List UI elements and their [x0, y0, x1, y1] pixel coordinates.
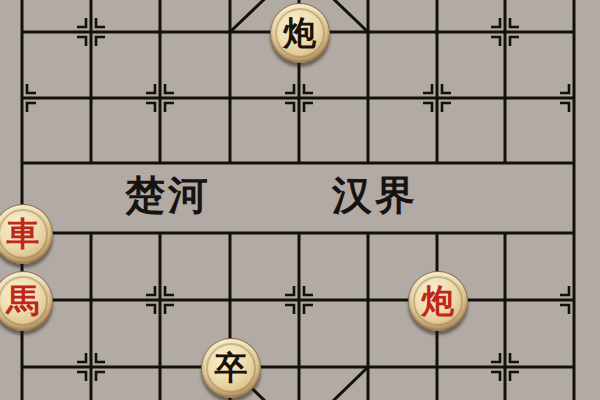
piece-glyph: 車 — [7, 218, 40, 251]
piece-black-cannon[interactable]: 炮 — [270, 3, 330, 63]
river-label-han-jie: 汉界 — [332, 168, 418, 223]
river-label-chu-he: 楚河 — [125, 168, 211, 223]
piece-red-cannon[interactable]: 炮 — [408, 271, 468, 331]
piece-glyph: 炮 — [422, 285, 455, 318]
piece-glyph: 馬 — [7, 285, 40, 318]
xiangqi-board: 楚河 汉界 炮車馬炮卒 — [0, 0, 600, 400]
piece-glyph: 炮 — [284, 17, 317, 50]
piece-black-soldier[interactable]: 卒 — [201, 338, 261, 398]
piece-glyph: 卒 — [215, 352, 248, 385]
